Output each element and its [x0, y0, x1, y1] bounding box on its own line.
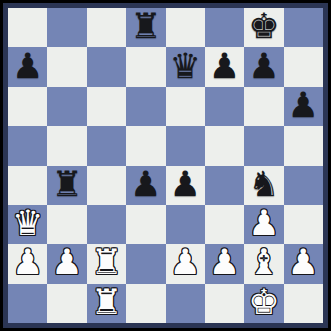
square-h8[interactable]	[284, 8, 323, 47]
square-a5[interactable]	[8, 126, 47, 165]
square-e2[interactable]: ♟	[166, 244, 205, 283]
black-pawn[interactable]: ♟	[12, 49, 43, 84]
square-a8[interactable]	[8, 8, 47, 47]
square-g1[interactable]: ♚	[244, 284, 283, 323]
white-pawn[interactable]: ♟	[288, 245, 319, 280]
black-pawn[interactable]: ♟	[130, 167, 161, 202]
square-h4[interactable]	[284, 166, 323, 205]
black-pawn[interactable]: ♟	[169, 167, 200, 202]
white-pawn[interactable]: ♟	[51, 245, 82, 280]
white-bishop[interactable]: ♝	[248, 245, 279, 280]
square-f5[interactable]	[205, 126, 244, 165]
square-a1[interactable]	[8, 284, 47, 323]
square-f6[interactable]	[205, 87, 244, 126]
square-f3[interactable]	[205, 205, 244, 244]
square-f7[interactable]: ♟	[205, 47, 244, 86]
square-g7[interactable]: ♟	[244, 47, 283, 86]
black-pawn[interactable]: ♟	[209, 49, 240, 84]
black-rook[interactable]: ♜	[51, 167, 82, 202]
white-queen[interactable]: ♛	[12, 206, 43, 241]
square-c2[interactable]: ♜	[87, 244, 126, 283]
white-pawn[interactable]: ♟	[248, 206, 279, 241]
square-f2[interactable]: ♟	[205, 244, 244, 283]
square-g3[interactable]: ♟	[244, 205, 283, 244]
square-a3[interactable]: ♛	[8, 205, 47, 244]
black-queen[interactable]: ♛	[169, 49, 200, 84]
square-e6[interactable]	[166, 87, 205, 126]
square-d7[interactable]	[126, 47, 165, 86]
square-h3[interactable]	[284, 205, 323, 244]
square-a6[interactable]	[8, 87, 47, 126]
square-b2[interactable]: ♟	[47, 244, 86, 283]
square-d2[interactable]	[126, 244, 165, 283]
black-king[interactable]: ♚	[248, 9, 279, 44]
square-g4[interactable]: ♞	[244, 166, 283, 205]
square-h2[interactable]: ♟	[284, 244, 323, 283]
square-c6[interactable]	[87, 87, 126, 126]
square-d3[interactable]	[126, 205, 165, 244]
square-a4[interactable]	[8, 166, 47, 205]
square-c4[interactable]	[87, 166, 126, 205]
square-c3[interactable]	[87, 205, 126, 244]
square-b4[interactable]: ♜	[47, 166, 86, 205]
board-inner-frame: ♜♚♟♛♟♟♟♜♟♟♞♛♟♟♟♜♟♟♝♟♜♚	[3, 3, 328, 328]
square-d1[interactable]	[126, 284, 165, 323]
square-g6[interactable]	[244, 87, 283, 126]
black-pawn[interactable]: ♟	[288, 88, 319, 123]
white-pawn[interactable]: ♟	[12, 245, 43, 280]
black-knight[interactable]: ♞	[248, 167, 279, 202]
square-f4[interactable]	[205, 166, 244, 205]
board-outer-frame: ♜♚♟♛♟♟♟♜♟♟♞♛♟♟♟♜♟♟♝♟♜♚	[0, 0, 331, 331]
square-e5[interactable]	[166, 126, 205, 165]
square-e3[interactable]	[166, 205, 205, 244]
white-pawn[interactable]: ♟	[169, 245, 200, 280]
square-g5[interactable]	[244, 126, 283, 165]
square-c8[interactable]	[87, 8, 126, 47]
square-b3[interactable]	[47, 205, 86, 244]
black-pawn[interactable]: ♟	[248, 49, 279, 84]
square-b5[interactable]	[47, 126, 86, 165]
square-h7[interactable]	[284, 47, 323, 86]
square-c1[interactable]: ♜	[87, 284, 126, 323]
square-e1[interactable]	[166, 284, 205, 323]
square-d6[interactable]	[126, 87, 165, 126]
square-a7[interactable]: ♟	[8, 47, 47, 86]
white-pawn[interactable]: ♟	[209, 245, 240, 280]
square-b7[interactable]	[47, 47, 86, 86]
white-king[interactable]: ♚	[248, 285, 279, 320]
square-h1[interactable]	[284, 284, 323, 323]
square-d5[interactable]	[126, 126, 165, 165]
square-e8[interactable]	[166, 8, 205, 47]
square-b8[interactable]	[47, 8, 86, 47]
square-c7[interactable]	[87, 47, 126, 86]
chess-board: ♜♚♟♛♟♟♟♜♟♟♞♛♟♟♟♜♟♟♝♟♜♚	[8, 8, 323, 323]
square-g2[interactable]: ♝	[244, 244, 283, 283]
square-e7[interactable]: ♛	[166, 47, 205, 86]
square-b1[interactable]	[47, 284, 86, 323]
square-b6[interactable]	[47, 87, 86, 126]
square-c5[interactable]	[87, 126, 126, 165]
square-d4[interactable]: ♟	[126, 166, 165, 205]
square-h6[interactable]: ♟	[284, 87, 323, 126]
square-a2[interactable]: ♟	[8, 244, 47, 283]
square-f1[interactable]	[205, 284, 244, 323]
white-rook[interactable]: ♜	[91, 285, 122, 320]
square-e4[interactable]: ♟	[166, 166, 205, 205]
square-d8[interactable]: ♜	[126, 8, 165, 47]
square-f8[interactable]	[205, 8, 244, 47]
square-g8[interactable]: ♚	[244, 8, 283, 47]
square-h5[interactable]	[284, 126, 323, 165]
black-rook[interactable]: ♜	[130, 9, 161, 44]
white-rook[interactable]: ♜	[91, 245, 122, 280]
